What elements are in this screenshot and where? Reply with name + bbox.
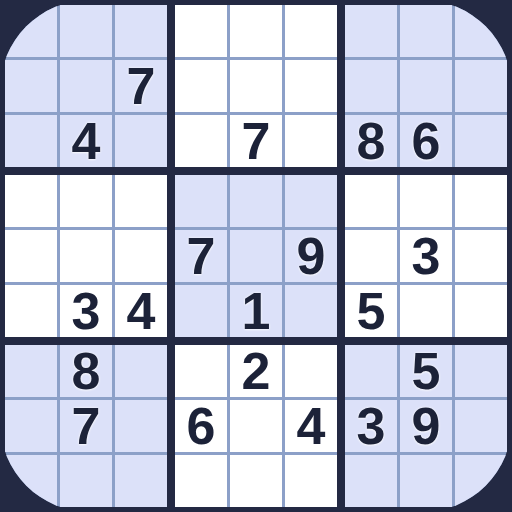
cell-r7c4[interactable] [175,345,227,397]
cell-r9c3[interactable] [115,455,167,507]
cell-r8c4[interactable]: 6 [175,400,227,452]
cell-r1c7[interactable] [345,5,397,57]
cell-r4c2[interactable] [60,175,112,227]
cell-r8c5[interactable] [230,400,282,452]
cell-r7c1[interactable] [5,345,57,397]
box-4: 34 [5,175,167,337]
cell-r9c4[interactable] [175,455,227,507]
cell-r7c7[interactable] [345,345,397,397]
cell-r4c8[interactable] [400,175,452,227]
cell-r9c5[interactable] [230,455,282,507]
cell-r9c8[interactable] [400,455,452,507]
cell-r2c9[interactable] [455,60,507,112]
cell-r8c9[interactable] [455,400,507,452]
cell-r8c7[interactable]: 3 [345,400,397,452]
cell-r5c9[interactable] [455,230,507,282]
cell-r9c6[interactable] [285,455,337,507]
cell-r2c6[interactable] [285,60,337,112]
box-2: 7 [175,5,337,167]
cell-r2c4[interactable] [175,60,227,112]
cell-r5c3[interactable] [115,230,167,282]
cell-r2c8[interactable] [400,60,452,112]
cell-r3c7[interactable]: 8 [345,115,397,167]
cell-r5c7[interactable] [345,230,397,282]
cell-r1c1[interactable] [5,5,57,57]
cell-r5c8[interactable]: 3 [400,230,452,282]
cell-r1c6[interactable] [285,5,337,57]
box-9: 539 [345,345,507,507]
cell-r4c3[interactable] [115,175,167,227]
cell-r3c8[interactable]: 6 [400,115,452,167]
cell-r6c8[interactable] [400,285,452,337]
cell-r7c8[interactable]: 5 [400,345,452,397]
cell-r1c4[interactable] [175,5,227,57]
cell-r2c1[interactable] [5,60,57,112]
cell-r3c6[interactable] [285,115,337,167]
cell-r4c7[interactable] [345,175,397,227]
cell-r9c2[interactable] [60,455,112,507]
cell-r6c7[interactable]: 5 [345,285,397,337]
box-8: 264 [175,345,337,507]
cell-r9c9[interactable] [455,455,507,507]
cell-r9c1[interactable] [5,455,57,507]
box-1: 74 [5,5,167,167]
cell-r1c2[interactable] [60,5,112,57]
cell-r5c2[interactable] [60,230,112,282]
cell-r4c6[interactable] [285,175,337,227]
cell-r2c7[interactable] [345,60,397,112]
box-3: 86 [345,5,507,167]
cell-r1c9[interactable] [455,5,507,57]
cell-r1c3[interactable] [115,5,167,57]
cell-r3c4[interactable] [175,115,227,167]
box-6: 35 [345,175,507,337]
cell-r1c8[interactable] [400,5,452,57]
cell-r9c7[interactable] [345,455,397,507]
cell-r8c6[interactable]: 4 [285,400,337,452]
cell-r8c1[interactable] [5,400,57,452]
box-7: 87 [5,345,167,507]
cell-r8c8[interactable]: 9 [400,400,452,452]
cell-r6c3[interactable]: 4 [115,285,167,337]
cell-r4c4[interactable] [175,175,227,227]
cell-r3c3[interactable] [115,115,167,167]
cell-r5c1[interactable] [5,230,57,282]
cell-r7c9[interactable] [455,345,507,397]
cell-r6c6[interactable] [285,285,337,337]
cell-r7c5[interactable]: 2 [230,345,282,397]
cell-r4c1[interactable] [5,175,57,227]
cell-r1c5[interactable] [230,5,282,57]
cell-r5c5[interactable] [230,230,282,282]
cell-r7c2[interactable]: 8 [60,345,112,397]
sudoku-board: 74 7 86 34 791 35 87 264 539 [0,0,512,512]
cell-r3c2[interactable]: 4 [60,115,112,167]
cell-r2c2[interactable] [60,60,112,112]
cell-r7c6[interactable] [285,345,337,397]
cell-r4c9[interactable] [455,175,507,227]
cell-r6c4[interactable] [175,285,227,337]
cell-r3c5[interactable]: 7 [230,115,282,167]
cell-r5c6[interactable]: 9 [285,230,337,282]
cell-r8c2[interactable]: 7 [60,400,112,452]
cell-r3c9[interactable] [455,115,507,167]
box-5: 791 [175,175,337,337]
cell-r3c1[interactable] [5,115,57,167]
cell-r4c5[interactable] [230,175,282,227]
cell-r5c4[interactable]: 7 [175,230,227,282]
cell-r6c5[interactable]: 1 [230,285,282,337]
cell-r8c3[interactable] [115,400,167,452]
cell-r6c2[interactable]: 3 [60,285,112,337]
cell-r2c3[interactable]: 7 [115,60,167,112]
cell-r2c5[interactable] [230,60,282,112]
cell-r6c9[interactable] [455,285,507,337]
cell-r6c1[interactable] [5,285,57,337]
cell-r7c3[interactable] [115,345,167,397]
